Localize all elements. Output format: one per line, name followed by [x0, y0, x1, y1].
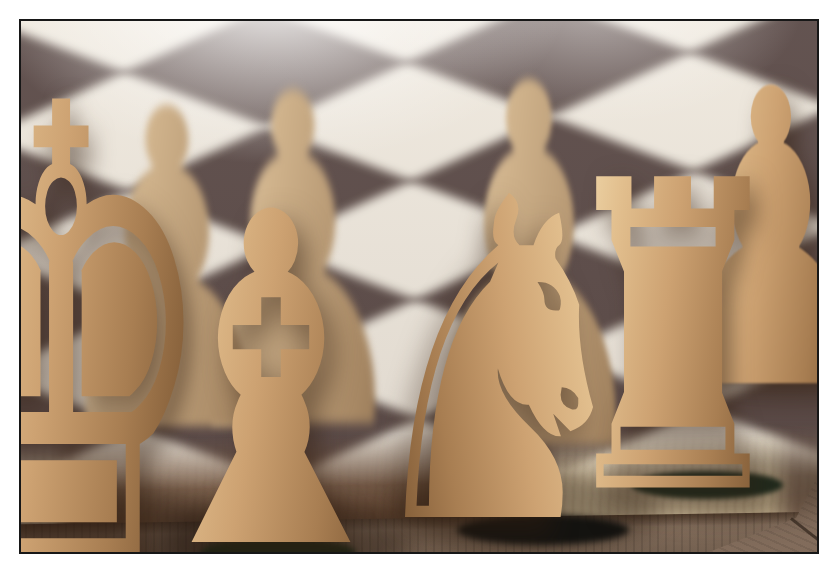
- pieces-layer: ♟♟♟♟♜♞♝♚: [21, 21, 817, 552]
- piece-white-king: ♚: [19, 25, 218, 554]
- photo-mat: ♟♟♟♟♜♞♝♚: [0, 0, 840, 573]
- chess-photo: ♟♟♟♟♜♞♝♚: [19, 19, 819, 554]
